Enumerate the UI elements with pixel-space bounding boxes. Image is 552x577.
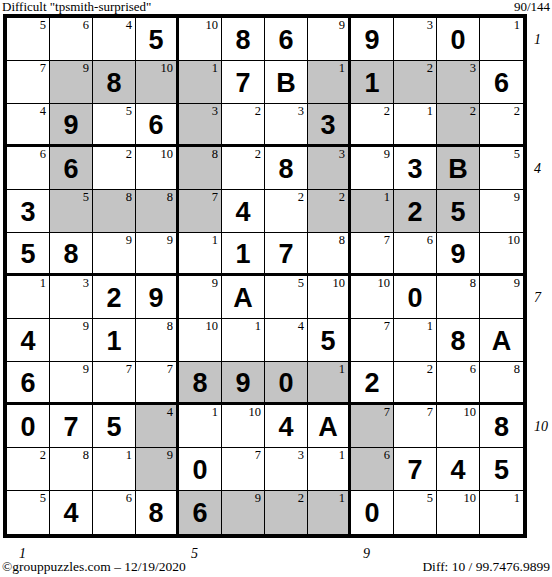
cell-r7c6[interactable]: A: [222, 276, 265, 319]
cell-r12c12[interactable]: 1: [480, 491, 523, 534]
given-value: 9: [148, 283, 163, 312]
hint-number: 2: [298, 492, 304, 505]
cell-r10c2[interactable]: 7: [50, 405, 93, 448]
given-value: 4: [20, 326, 35, 355]
cell-r12c4[interactable]: 8: [136, 491, 179, 534]
cell-r11c11[interactable]: 4: [437, 448, 480, 491]
cell-r4c4[interactable]: 10: [136, 147, 179, 190]
cell-r1c3[interactable]: 4: [93, 18, 136, 61]
hint-number: 5: [83, 191, 89, 204]
cell-r6c5[interactable]: 1: [179, 233, 222, 276]
hint-number: 5: [514, 148, 520, 161]
hint-number: 2: [339, 191, 345, 204]
given-value: 0: [407, 283, 422, 312]
cell-r5c11[interactable]: 5: [437, 190, 480, 233]
cell-r12c3[interactable]: 6: [93, 491, 136, 534]
given-value: 1: [235, 239, 250, 268]
hint-number: 8: [212, 148, 218, 161]
cell-r2c3[interactable]: 8: [93, 61, 136, 104]
cell-r10c10[interactable]: 7: [394, 405, 437, 448]
hint-number: 1: [339, 449, 345, 462]
cell-r12c6[interactable]: 9: [222, 491, 265, 534]
given-value: 8: [450, 326, 465, 355]
hint-number: 5: [40, 19, 46, 32]
title-row: Difficult "tpsmith-surprised" 90/144: [2, 0, 550, 14]
cell-r1c5[interactable]: 10: [179, 18, 222, 61]
cell-r2c10[interactable]: 2: [394, 61, 437, 104]
cell-r10c4[interactable]: 4: [136, 405, 179, 448]
given-value: 1: [106, 326, 121, 355]
cell-r10c7[interactable]: 4: [265, 405, 308, 448]
hint-number: 5: [40, 492, 46, 505]
hint-number: 9: [384, 148, 390, 161]
cell-r12c11[interactable]: 10: [437, 491, 480, 534]
hint-number: 7: [126, 363, 132, 376]
cell-r11c5[interactable]: 0: [179, 448, 222, 491]
cell-r3c10[interactable]: 1: [394, 104, 437, 147]
hint-number: 8: [167, 191, 173, 204]
hint-number: 7: [255, 449, 261, 462]
hint-number: 9: [167, 449, 173, 462]
cell-r1c12[interactable]: 1: [480, 18, 523, 61]
row-label-4: 4: [534, 161, 541, 176]
cell-r3c3[interactable]: 5: [93, 104, 136, 147]
hint-number: 10: [333, 277, 346, 290]
given-value: 0: [278, 368, 293, 397]
cell-r9c12[interactable]: 8: [480, 362, 523, 405]
hint-number: 2: [40, 449, 46, 462]
hint-number: 2: [514, 105, 520, 118]
cell-r3c8[interactable]: 3: [308, 104, 351, 147]
given-value: 0: [450, 25, 465, 54]
cell-r11c12[interactable]: 5: [480, 448, 523, 491]
cell-r5c10[interactable]: 2: [394, 190, 437, 233]
cell-r3c2[interactable]: 9: [50, 104, 93, 147]
hint-number: 3: [470, 62, 476, 75]
given-value: 8: [278, 154, 293, 183]
row-label-1: 1: [534, 32, 541, 47]
cell-r10c1[interactable]: 0: [7, 405, 50, 448]
cell-r2c11[interactable]: 3: [437, 61, 480, 104]
hint-number: 7: [384, 406, 390, 419]
cell-r5c7[interactable]: 2: [265, 190, 308, 233]
cell-r5c5[interactable]: 7: [179, 190, 222, 233]
cell-r4c1[interactable]: 6: [7, 147, 50, 190]
given-value: 3: [407, 154, 422, 183]
row-label-7: 7: [534, 290, 541, 305]
hint-number: 10: [464, 406, 477, 419]
hint-number: 1: [339, 62, 345, 75]
hint-number: 1: [384, 191, 390, 204]
cell-r11c4[interactable]: 9: [136, 448, 179, 491]
given-value: 4: [235, 197, 250, 226]
cell-r6c3[interactable]: 9: [93, 233, 136, 276]
given-value: 4: [278, 412, 293, 441]
hint-number: 6: [40, 148, 46, 161]
cell-r8c5[interactable]: 10: [179, 319, 222, 362]
given-value: 8: [106, 68, 121, 97]
given-value: A: [233, 283, 253, 312]
cell-r7c4[interactable]: 9: [136, 276, 179, 319]
cell-r8c12[interactable]: A: [480, 319, 523, 362]
cell-counter: 90/144: [514, 0, 550, 14]
cell-r6c9[interactable]: 7: [351, 233, 394, 276]
given-value: 0: [192, 455, 207, 484]
given-value: 7: [63, 412, 78, 441]
cell-r4c5[interactable]: 8: [179, 147, 222, 190]
given-value: 6: [148, 110, 163, 139]
cell-r11c3[interactable]: 1: [93, 448, 136, 491]
cell-r4c11[interactable]: B: [437, 147, 480, 190]
hint-number: 8: [470, 277, 476, 290]
cell-r8c8[interactable]: 5: [308, 319, 351, 362]
given-value: 5: [494, 455, 509, 484]
cell-r10c9[interactable]: 7: [351, 405, 394, 448]
given-value: 5: [148, 25, 163, 54]
given-value: 7: [407, 455, 422, 484]
cell-r6c8[interactable]: 8: [308, 233, 351, 276]
hint-number: 7: [427, 406, 433, 419]
cell-r11c1[interactable]: 2: [7, 448, 50, 491]
given-value: 8: [192, 368, 207, 397]
cell-r3c6[interactable]: 2: [222, 104, 265, 147]
hint-number: 2: [255, 148, 261, 161]
given-value: 6: [278, 25, 293, 54]
given-value: 8: [494, 412, 509, 441]
given-value: 7: [235, 68, 250, 97]
board: 56451086993017981017B1123649563233212266…: [3, 14, 527, 538]
hint-number: 6: [126, 492, 132, 505]
cell-r12c8[interactable]: 1: [308, 491, 351, 534]
given-value: 9: [63, 110, 78, 139]
given-value: 7: [278, 239, 293, 268]
cell-r8c6[interactable]: 1: [222, 319, 265, 362]
cell-r7c5[interactable]: 9: [179, 276, 222, 319]
cell-r3c12[interactable]: 2: [480, 104, 523, 147]
hint-number: 9: [83, 62, 89, 75]
given-value: 0: [364, 498, 379, 527]
given-value: 2: [364, 368, 379, 397]
given-value: 8: [148, 498, 163, 527]
cell-r12c1[interactable]: 5: [7, 491, 50, 534]
given-value: 4: [63, 498, 78, 527]
given-value: 5: [320, 326, 335, 355]
cell-r6c12[interactable]: 10: [480, 233, 523, 276]
hint-number: 9: [212, 277, 218, 290]
hint-number: 4: [40, 105, 46, 118]
hint-number: 1: [212, 62, 218, 75]
cell-r8c3[interactable]: 1: [93, 319, 136, 362]
hint-number: 1: [339, 363, 345, 376]
hint-number: 4: [126, 19, 132, 32]
cell-r12c7[interactable]: 2: [265, 491, 308, 534]
cell-r8c4[interactable]: 8: [136, 319, 179, 362]
given-value: 6: [20, 368, 35, 397]
cell-r5c2[interactable]: 5: [50, 190, 93, 233]
hint-number: 10: [161, 148, 174, 161]
cell-r6c10[interactable]: 6: [394, 233, 437, 276]
cell-r7c10[interactable]: 0: [394, 276, 437, 319]
cell-r5c12[interactable]: 9: [480, 190, 523, 233]
cell-r10c8[interactable]: A: [308, 405, 351, 448]
hint-number: 8: [339, 234, 345, 247]
cell-r1c8[interactable]: 9: [308, 18, 351, 61]
hint-number: 3: [212, 105, 218, 118]
hint-number: 8: [514, 363, 520, 376]
cell-r12c9[interactable]: 0: [351, 491, 394, 534]
puzzle-title: Difficult "tpsmith-surprised": [2, 0, 151, 14]
cell-r4c3[interactable]: 2: [93, 147, 136, 190]
cell-r9c1[interactable]: 6: [7, 362, 50, 405]
row-label-10: 10: [534, 419, 548, 434]
hint-number: 3: [427, 19, 433, 32]
cell-r11c8[interactable]: 1: [308, 448, 351, 491]
hint-number: 1: [427, 105, 433, 118]
hint-number: 9: [514, 191, 520, 204]
hint-number: 10: [161, 62, 174, 75]
hint-number: 5: [298, 277, 304, 290]
given-value: 8: [235, 25, 250, 54]
given-value: B: [276, 68, 296, 97]
given-value: 4: [450, 455, 465, 484]
hint-number: 9: [255, 492, 261, 505]
cell-r8c11[interactable]: 8: [437, 319, 480, 362]
given-value: 0: [20, 412, 35, 441]
cell-r7c12[interactable]: 9: [480, 276, 523, 319]
hint-number: 4: [167, 406, 173, 419]
cell-r8c7[interactable]: 4: [265, 319, 308, 362]
cell-r7c7[interactable]: 5: [265, 276, 308, 319]
hint-number: 7: [384, 234, 390, 247]
cell-r7c3[interactable]: 2: [93, 276, 136, 319]
hint-number: 2: [470, 105, 476, 118]
hint-number: 9: [167, 234, 173, 247]
cell-r9c10[interactable]: 2: [394, 362, 437, 405]
cell-r11c6[interactable]: 7: [222, 448, 265, 491]
cell-r1c1[interactable]: 5: [7, 18, 50, 61]
cell-r8c2[interactable]: 9: [50, 319, 93, 362]
cell-r2c9[interactable]: 1: [351, 61, 394, 104]
cell-r2c5[interactable]: 1: [179, 61, 222, 104]
cell-r2c7[interactable]: B: [265, 61, 308, 104]
hint-number: 1: [255, 320, 261, 333]
cell-r7c2[interactable]: 3: [50, 276, 93, 319]
hint-number: 7: [384, 320, 390, 333]
hint-number: 1: [126, 449, 132, 462]
cell-r8c9[interactable]: 7: [351, 319, 394, 362]
given-value: 6: [494, 68, 509, 97]
footer: ©grouppuzzles.com – 12/19/2020 Diff: 10 …: [2, 559, 550, 574]
cell-r12c2[interactable]: 4: [50, 491, 93, 534]
cell-r8c10[interactable]: 1: [394, 319, 437, 362]
cell-r12c10[interactable]: 5: [394, 491, 437, 534]
cell-r6c11[interactable]: 9: [437, 233, 480, 276]
cell-r10c3[interactable]: 5: [93, 405, 136, 448]
given-value: 1: [364, 68, 379, 97]
copyright-text: ©grouppuzzles.com – 12/19/2020: [2, 559, 186, 574]
cell-r9c6[interactable]: 9: [222, 362, 265, 405]
hint-number: 9: [339, 19, 345, 32]
cell-r4c10[interactable]: 3: [394, 147, 437, 190]
hint-number: 1: [40, 277, 46, 290]
hint-number: 10: [249, 406, 262, 419]
cell-r5c4[interactable]: 8: [136, 190, 179, 233]
hint-number: 10: [206, 320, 219, 333]
cell-r3c1[interactable]: 4: [7, 104, 50, 147]
hint-number: 5: [427, 492, 433, 505]
cell-r6c4[interactable]: 9: [136, 233, 179, 276]
hint-number: 8: [126, 191, 132, 204]
hint-number: 3: [298, 449, 304, 462]
cell-r1c11[interactable]: 0: [437, 18, 480, 61]
cell-r2c4[interactable]: 10: [136, 61, 179, 104]
cell-r6c1[interactable]: 5: [7, 233, 50, 276]
hint-number: 2: [427, 363, 433, 376]
cell-r9c9[interactable]: 2: [351, 362, 394, 405]
given-value: 3: [20, 197, 35, 226]
cell-r11c10[interactable]: 7: [394, 448, 437, 491]
cell-r1c9[interactable]: 9: [351, 18, 394, 61]
cell-r1c6[interactable]: 8: [222, 18, 265, 61]
hint-number: 9: [514, 277, 520, 290]
cell-r4c12[interactable]: 5: [480, 147, 523, 190]
cell-r7c8[interactable]: 10: [308, 276, 351, 319]
hint-number: 6: [427, 234, 433, 247]
given-value: A: [492, 326, 512, 355]
hint-number: 10: [206, 19, 219, 32]
cell-r11c9[interactable]: 6: [351, 448, 394, 491]
cell-r5c1[interactable]: 3: [7, 190, 50, 233]
hint-number: 2: [255, 105, 261, 118]
cell-r9c11[interactable]: 6: [437, 362, 480, 405]
cell-r5c6[interactable]: 4: [222, 190, 265, 233]
cell-r3c9[interactable]: 2: [351, 104, 394, 147]
cell-r9c8[interactable]: 1: [308, 362, 351, 405]
hint-number: 9: [83, 320, 89, 333]
given-value: 2: [106, 283, 121, 312]
cell-r1c4[interactable]: 5: [136, 18, 179, 61]
cell-r9c2[interactable]: 9: [50, 362, 93, 405]
cell-r4c2[interactable]: 6: [50, 147, 93, 190]
hint-number: 1: [514, 19, 520, 32]
given-value: 5: [106, 412, 121, 441]
cell-r9c4[interactable]: 7: [136, 362, 179, 405]
given-value: 9: [450, 239, 465, 268]
cell-r9c7[interactable]: 0: [265, 362, 308, 405]
cell-r11c2[interactable]: 8: [50, 448, 93, 491]
hint-number: 4: [298, 320, 304, 333]
cell-r6c7[interactable]: 7: [265, 233, 308, 276]
hint-number: 8: [83, 449, 89, 462]
given-value: 6: [192, 498, 207, 527]
hint-number: 1: [339, 492, 345, 505]
given-value: 9: [364, 25, 379, 54]
given-value: 2: [407, 197, 422, 226]
hint-number: 2: [126, 148, 132, 161]
hint-number: 8: [167, 320, 173, 333]
given-value: 8: [63, 239, 78, 268]
hint-number: 10: [508, 234, 521, 247]
cell-r7c1[interactable]: 1: [7, 276, 50, 319]
given-value: 3: [320, 110, 335, 139]
given-value: 6: [63, 154, 78, 183]
cell-r6c2[interactable]: 8: [50, 233, 93, 276]
cell-r2c1[interactable]: 7: [7, 61, 50, 104]
given-value: B: [448, 154, 468, 183]
hint-number: 2: [298, 191, 304, 204]
hint-number: 1: [212, 234, 218, 247]
cell-r9c3[interactable]: 7: [93, 362, 136, 405]
cell-r5c3[interactable]: 8: [93, 190, 136, 233]
cell-r10c5[interactable]: 1: [179, 405, 222, 448]
cell-r4c7[interactable]: 8: [265, 147, 308, 190]
given-value: 5: [20, 239, 35, 268]
cell-r3c7[interactable]: 3: [265, 104, 308, 147]
cell-r7c9[interactable]: 10: [351, 276, 394, 319]
hint-number: 1: [514, 492, 520, 505]
cell-r3c11[interactable]: 2: [437, 104, 480, 147]
cell-r12c5[interactable]: 6: [179, 491, 222, 534]
cell-r10c11[interactable]: 10: [437, 405, 480, 448]
hint-number: 10: [378, 277, 391, 290]
cell-r3c4[interactable]: 6: [136, 104, 179, 147]
hint-number: 2: [384, 105, 390, 118]
cell-r6c6[interactable]: 1: [222, 233, 265, 276]
hint-number: 2: [427, 62, 433, 75]
difficulty-text: Diff: 10 / 99.7476.9899: [422, 559, 550, 574]
hint-number: 6: [384, 449, 390, 462]
cell-r3c5[interactable]: 3: [179, 104, 222, 147]
hint-number: 7: [212, 191, 218, 204]
cell-r1c7[interactable]: 6: [265, 18, 308, 61]
cell-r9c5[interactable]: 8: [179, 362, 222, 405]
hint-number: 9: [83, 363, 89, 376]
hint-number: 5: [126, 105, 132, 118]
hint-number: 9: [126, 234, 132, 247]
cell-r4c9[interactable]: 9: [351, 147, 394, 190]
hint-number: 3: [83, 277, 89, 290]
cell-r8c1[interactable]: 4: [7, 319, 50, 362]
cell-r5c8[interactable]: 2: [308, 190, 351, 233]
cell-r4c6[interactable]: 2: [222, 147, 265, 190]
hint-number: 1: [212, 406, 218, 419]
cell-r2c6[interactable]: 7: [222, 61, 265, 104]
cell-r2c2[interactable]: 9: [50, 61, 93, 104]
given-value: A: [318, 412, 338, 441]
cell-r4c8[interactable]: 3: [308, 147, 351, 190]
hint-number: 7: [167, 363, 173, 376]
cell-r2c12[interactable]: 6: [480, 61, 523, 104]
given-value: 9: [235, 368, 250, 397]
cell-r1c2[interactable]: 6: [50, 18, 93, 61]
cell-r1c10[interactable]: 3: [394, 18, 437, 61]
cell-r5c9[interactable]: 1: [351, 190, 394, 233]
hint-number: 3: [339, 148, 345, 161]
cell-r7c11[interactable]: 8: [437, 276, 480, 319]
cell-r2c8[interactable]: 1: [308, 61, 351, 104]
hint-number: 7: [40, 62, 46, 75]
given-value: 5: [450, 197, 465, 226]
hint-number: 10: [464, 492, 477, 505]
hint-number: 3: [298, 105, 304, 118]
cell-r11c7[interactable]: 3: [265, 448, 308, 491]
hint-number: 6: [470, 363, 476, 376]
hint-number: 6: [83, 19, 89, 32]
cell-r10c6[interactable]: 10: [222, 405, 265, 448]
cell-r10c12[interactable]: 8: [480, 405, 523, 448]
hint-number: 1: [427, 320, 433, 333]
